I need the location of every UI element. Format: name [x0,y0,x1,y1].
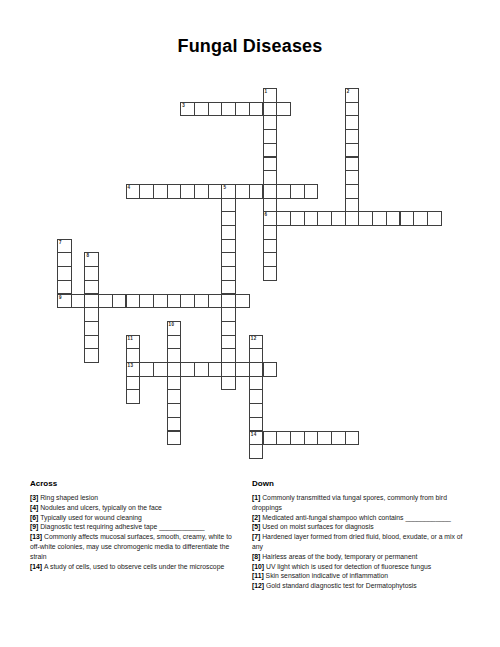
grid-cell-11-20[interactable] [208,362,223,377]
grid-cell-14-18[interactable]: 12 [249,335,264,350]
grid-cell-9-20[interactable] [180,362,195,377]
grid-cell-2-19[interactable] [84,348,99,363]
grid-cell-27-9[interactable] [427,211,442,226]
cell-number: 4 [128,185,131,190]
grid-cell-10-15[interactable] [194,294,209,309]
grid-cell-5-21[interactable] [126,376,141,391]
grid-cell-20-25[interactable] [331,431,346,446]
grid-cell-12-12[interactable] [221,252,236,267]
grid-cell-3-15[interactable] [98,294,113,309]
grid-cell-12-11[interactable] [221,239,236,254]
grid-cell-13-20[interactable] [235,362,250,377]
grid-cell-10-7[interactable] [194,184,209,199]
cell-number: 12 [251,336,257,341]
grid-cell-0-11[interactable]: 7 [57,239,72,254]
grid-cell-12-13[interactable] [221,266,236,281]
clue-down-7: [7] Hardened layer formed from dried flu… [252,532,466,552]
grid-cell-17-7[interactable] [290,184,305,199]
grid-cell-0-13[interactable] [57,266,72,281]
grid-cell-14-19[interactable] [249,348,264,363]
grid-cell-21-5[interactable] [345,157,360,172]
grid-cell-11-7[interactable] [208,184,223,199]
grid-cell-21-25[interactable] [345,431,360,446]
grid-cell-16-7[interactable] [276,184,291,199]
grid-cell-8-19[interactable] [167,348,182,363]
grid-cell-12-19[interactable] [221,348,236,363]
grid-cell-15-20[interactable] [263,362,278,377]
grid-cell-8-18[interactable] [167,335,182,350]
grid-cell-19-9[interactable] [317,211,332,226]
cell-number: 14 [251,432,257,437]
grid-cell-18-9[interactable] [304,211,319,226]
grid-cell-14-25[interactable]: 14 [249,431,264,446]
grid-cell-15-6[interactable] [263,170,278,185]
grid-cell-14-7[interactable] [249,184,264,199]
grid-cell-9-15[interactable] [180,294,195,309]
grid-cell-8-15[interactable] [167,294,182,309]
grid-cell-24-9[interactable] [386,211,401,226]
cell-number: 2 [347,89,350,94]
grid-cell-15-7[interactable] [263,184,278,199]
grid-cell-10-1[interactable] [194,102,209,117]
clue-across-4: [4] Nodules and ulcers, typically on the… [30,503,238,513]
grid-cell-11-1[interactable] [208,102,223,117]
cell-number: 10 [169,322,175,327]
grid-cell-0-12[interactable] [57,252,72,267]
grid-cell-2-12[interactable]: 8 [84,252,99,267]
grid-cell-8-7[interactable] [167,184,182,199]
grid-cell-13-7[interactable] [235,184,250,199]
grid-cell-0-15[interactable]: 9 [57,294,72,309]
grid-cell-12-1[interactable] [221,102,236,117]
grid-cell-9-7[interactable] [180,184,195,199]
grid-cell-25-9[interactable] [400,211,415,226]
cell-number: 9 [59,295,62,300]
grid-cell-6-7[interactable] [139,184,154,199]
grid-cell-2-17[interactable] [84,321,99,336]
cell-number: 1 [265,89,268,94]
grid-cell-21-2[interactable] [345,115,360,130]
grid-cell-14-24[interactable] [249,417,264,432]
grid-cell-17-9[interactable] [290,211,305,226]
grid-cell-7-20[interactable] [153,362,168,377]
grid-cell-15-8[interactable] [263,198,278,213]
across-heading: Across [30,479,238,488]
grid-cell-0-14[interactable] [57,280,72,295]
grid-cell-12-8[interactable] [221,198,236,213]
grid-cell-16-1[interactable] [276,102,291,117]
grid-cell-21-4[interactable] [345,143,360,158]
grid-cell-14-26[interactable] [249,444,264,459]
grid-cell-5-20[interactable]: 13 [126,362,141,377]
grid-cell-26-9[interactable] [413,211,428,226]
grid-cell-12-20[interactable] [221,362,236,377]
grid-cell-21-8[interactable] [345,198,360,213]
grid-cell-15-1[interactable] [263,102,278,117]
grid-cell-6-20[interactable] [139,362,154,377]
clue-down-11: [11] Skin sensation indicative of inflam… [252,571,466,581]
cell-number: 8 [86,253,89,258]
grid-cell-15-2[interactable] [263,115,278,130]
grid-cell-17-25[interactable] [290,431,305,446]
page-title: Fungal Diseases [0,36,500,57]
grid-cell-16-25[interactable] [276,431,291,446]
clue-across-14: [14] A study of cells, used to observe c… [30,562,238,572]
cell-number: 6 [265,212,268,217]
grid-cell-21-0[interactable]: 2 [345,88,360,103]
grid-cell-18-7[interactable] [304,184,319,199]
grid-cell-11-15[interactable] [208,294,223,309]
grid-cell-8-25[interactable] [167,431,182,446]
grid-cell-2-15[interactable] [84,294,99,309]
grid-cell-12-18[interactable] [221,335,236,350]
grid-cell-2-16[interactable] [84,307,99,322]
grid-cell-8-20[interactable] [167,362,182,377]
grid-cell-1-15[interactable] [71,294,86,309]
grid-cell-19-25[interactable] [317,431,332,446]
grid-cell-5-7[interactable]: 4 [126,184,141,199]
grid-cell-10-20[interactable] [194,362,209,377]
grid-cell-20-9[interactable] [331,211,346,226]
grid-cell-21-1[interactable] [345,102,360,117]
grid-cell-8-17[interactable]: 10 [167,321,182,336]
cell-number: 7 [59,240,62,245]
grid-cell-15-10[interactable] [263,225,278,240]
grid-cell-2-13[interactable] [84,266,99,281]
grid-cell-12-16[interactable] [221,307,236,322]
grid-cell-15-3[interactable] [263,129,278,144]
grid-cell-22-9[interactable] [358,211,373,226]
grid-cell-13-1[interactable] [235,102,250,117]
grid-cell-15-13[interactable] [263,266,278,281]
grid-cell-5-19[interactable] [126,348,141,363]
clue-down-2: [2] Medicated anti-fungal shampoo which … [252,513,466,523]
grid-cell-12-15[interactable] [221,294,236,309]
clue-down-5: [5] Used on moist surfaces for diagnosis [252,522,466,532]
grid-cell-21-7[interactable] [345,184,360,199]
grid-cell-15-0[interactable]: 1 [263,88,278,103]
grid-cell-12-21[interactable] [221,376,236,391]
grid-cell-18-25[interactable] [304,431,319,446]
across-clues-column: Across [3] Ring shaped lesion[4] Nodules… [30,479,238,571]
grid-cell-7-7[interactable] [153,184,168,199]
grid-cell-21-3[interactable] [345,129,360,144]
clue-across-6: [6] Typically used for wound cleaning [30,513,238,523]
grid-cell-16-9[interactable] [276,211,291,226]
grid-cell-12-14[interactable] [221,280,236,295]
across-clue-list: [3] Ring shaped lesion[4] Nodules and ul… [30,493,238,571]
grid-cell-9-1[interactable]: 3 [180,102,195,117]
grid-cell-8-22[interactable] [167,389,182,404]
grid-cell-23-9[interactable] [372,211,387,226]
cell-number: 11 [128,336,134,341]
grid-cell-15-4[interactable] [263,143,278,158]
grid-cell-15-25[interactable] [263,431,278,446]
grid-cell-14-22[interactable] [249,389,264,404]
grid-cell-5-22[interactable] [126,389,141,404]
grid-cell-15-9[interactable]: 6 [263,211,278,226]
grid-cell-21-9[interactable] [345,211,360,226]
grid-cell-14-1[interactable] [249,102,264,117]
grid-cell-2-18[interactable] [84,335,99,350]
cell-number: 5 [223,185,226,190]
grid-cell-12-17[interactable] [221,321,236,336]
grid-cell-15-11[interactable] [263,239,278,254]
clue-down-1: [1] Commonly transmitted via fungal spor… [252,493,466,513]
down-clues-column: Down [1] Commonly transmitted via fungal… [252,479,466,591]
grid-cell-8-23[interactable] [167,403,182,418]
grid-cell-14-20[interactable] [249,362,264,377]
cell-number: 3 [182,103,185,108]
down-heading: Down [252,479,466,488]
grid-cell-21-6[interactable] [345,170,360,185]
grid-cell-12-10[interactable] [221,225,236,240]
down-clue-list: [1] Commonly transmitted via fungal spor… [252,493,466,591]
crossword-page: Fungal Diseases 1623457981011131214 Acro… [0,0,500,647]
grid-cell-8-21[interactable] [167,376,182,391]
grid-cell-13-15[interactable] [235,294,250,309]
grid-cell-8-24[interactable] [167,417,182,432]
grid-cell-12-9[interactable] [221,211,236,226]
clue-across-13: [13] Commonly affects mucosal surfaces, … [30,532,238,561]
grid-cell-7-15[interactable] [153,294,168,309]
clue-down-12: [12] Gold standard diagnostic test for D… [252,581,466,591]
clue-across-3: [3] Ring shaped lesion [30,493,238,503]
grid-cell-5-18[interactable]: 11 [126,335,141,350]
grid-cell-15-12[interactable] [263,252,278,267]
grid-cell-15-5[interactable] [263,157,278,172]
clue-across-9: [9] Diagnostic test requiring adhesive t… [30,522,238,532]
grid-cell-2-14[interactable] [84,280,99,295]
clue-down-8: [8] Hairless areas of the body, temporar… [252,552,466,562]
cell-number: 13 [128,363,134,368]
clue-down-10: [10] UV light which is used for detectio… [252,562,466,572]
grid-cell-14-21[interactable] [249,376,264,391]
grid-cell-4-15[interactable] [112,294,127,309]
grid-cell-5-15[interactable] [126,294,141,309]
grid-cell-12-7[interactable]: 5 [221,184,236,199]
grid-cell-14-23[interactable] [249,403,264,418]
grid-cell-6-15[interactable] [139,294,154,309]
